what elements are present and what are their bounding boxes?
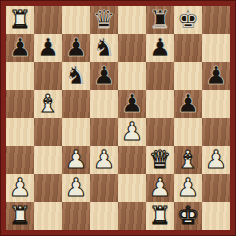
white-rook: ♜ <box>6 6 34 34</box>
square-a5[interactable] <box>6 90 34 118</box>
white-pawn: ♟ <box>90 146 118 174</box>
square-a6[interactable] <box>6 62 34 90</box>
black-queen: ♛ <box>90 6 118 34</box>
square-c5[interactable] <box>62 90 90 118</box>
square-g1[interactable]: ♚ <box>174 202 202 230</box>
square-g5[interactable]: ♟ <box>174 90 202 118</box>
square-b5[interactable]: ♝ <box>34 90 62 118</box>
white-pawn: ♟ <box>62 146 90 174</box>
square-h4[interactable] <box>202 118 230 146</box>
square-d8[interactable]: ♛ <box>90 6 118 34</box>
square-b4[interactable] <box>34 118 62 146</box>
square-e4[interactable]: ♟ <box>118 118 146 146</box>
white-king: ♚ <box>174 202 202 230</box>
square-f6[interactable] <box>146 62 174 90</box>
white-bishop: ♝ <box>174 146 202 174</box>
square-e8[interactable] <box>118 6 146 34</box>
square-g7[interactable] <box>174 34 202 62</box>
black-king: ♚ <box>174 6 202 34</box>
square-a3[interactable] <box>6 146 34 174</box>
square-e1[interactable] <box>118 202 146 230</box>
black-pawn: ♟ <box>118 90 146 118</box>
square-e7[interactable] <box>118 34 146 62</box>
chess-board-frame: ♜♛♜♚♟♟♟♞♟♞♟♟♝♟♟♟♟♟♛♝♟♟♟♟♟♜♜♚ <box>0 0 236 236</box>
square-f7[interactable]: ♟ <box>146 34 174 62</box>
square-d6[interactable]: ♟ <box>90 62 118 90</box>
square-e2[interactable] <box>118 174 146 202</box>
black-rook: ♜ <box>146 6 174 34</box>
square-h8[interactable] <box>202 6 230 34</box>
square-b8[interactable] <box>34 6 62 34</box>
square-f1[interactable]: ♜ <box>146 202 174 230</box>
white-rook: ♜ <box>6 202 34 230</box>
square-a2[interactable]: ♟ <box>6 174 34 202</box>
black-pawn: ♟ <box>146 34 174 62</box>
square-d2[interactable] <box>90 174 118 202</box>
white-pawn: ♟ <box>118 118 146 146</box>
square-c1[interactable] <box>62 202 90 230</box>
black-pawn: ♟ <box>62 34 90 62</box>
black-pawn: ♟ <box>6 34 34 62</box>
square-d5[interactable] <box>90 90 118 118</box>
square-c6[interactable]: ♞ <box>62 62 90 90</box>
square-h3[interactable]: ♟ <box>202 146 230 174</box>
square-a7[interactable]: ♟ <box>6 34 34 62</box>
black-pawn: ♟ <box>174 90 202 118</box>
square-h6[interactable]: ♟ <box>202 62 230 90</box>
square-f3[interactable]: ♛ <box>146 146 174 174</box>
white-rook: ♜ <box>146 202 174 230</box>
black-knight: ♞ <box>90 34 118 62</box>
square-e5[interactable]: ♟ <box>118 90 146 118</box>
square-d7[interactable]: ♞ <box>90 34 118 62</box>
square-c3[interactable]: ♟ <box>62 146 90 174</box>
square-g4[interactable] <box>174 118 202 146</box>
square-g3[interactable]: ♝ <box>174 146 202 174</box>
black-knight: ♞ <box>62 62 90 90</box>
square-b2[interactable] <box>34 174 62 202</box>
square-a8[interactable]: ♜ <box>6 6 34 34</box>
square-f2[interactable]: ♟ <box>146 174 174 202</box>
white-pawn: ♟ <box>6 174 34 202</box>
white-pawn: ♟ <box>174 174 202 202</box>
square-b6[interactable] <box>34 62 62 90</box>
square-f5[interactable] <box>146 90 174 118</box>
white-queen: ♛ <box>146 146 174 174</box>
black-pawn: ♟ <box>90 62 118 90</box>
square-b7[interactable]: ♟ <box>34 34 62 62</box>
black-pawn: ♟ <box>34 34 62 62</box>
square-c2[interactable]: ♟ <box>62 174 90 202</box>
white-bishop: ♝ <box>34 90 62 118</box>
square-g2[interactable]: ♟ <box>174 174 202 202</box>
square-d1[interactable] <box>90 202 118 230</box>
square-c4[interactable] <box>62 118 90 146</box>
square-c7[interactable]: ♟ <box>62 34 90 62</box>
white-pawn: ♟ <box>146 174 174 202</box>
square-a4[interactable] <box>6 118 34 146</box>
square-d4[interactable] <box>90 118 118 146</box>
square-b3[interactable] <box>34 146 62 174</box>
square-f8[interactable]: ♜ <box>146 6 174 34</box>
square-g6[interactable] <box>174 62 202 90</box>
square-h2[interactable] <box>202 174 230 202</box>
square-a1[interactable]: ♜ <box>6 202 34 230</box>
square-e6[interactable] <box>118 62 146 90</box>
square-h7[interactable] <box>202 34 230 62</box>
square-e3[interactable] <box>118 146 146 174</box>
square-g8[interactable]: ♚ <box>174 6 202 34</box>
white-pawn: ♟ <box>62 174 90 202</box>
square-f4[interactable] <box>146 118 174 146</box>
white-pawn: ♟ <box>202 146 230 174</box>
square-b1[interactable] <box>34 202 62 230</box>
square-h1[interactable] <box>202 202 230 230</box>
square-c8[interactable] <box>62 6 90 34</box>
black-pawn: ♟ <box>202 62 230 90</box>
chess-board: ♜♛♜♚♟♟♟♞♟♞♟♟♝♟♟♟♟♟♛♝♟♟♟♟♟♜♜♚ <box>6 6 230 230</box>
square-d3[interactable]: ♟ <box>90 146 118 174</box>
square-h5[interactable] <box>202 90 230 118</box>
